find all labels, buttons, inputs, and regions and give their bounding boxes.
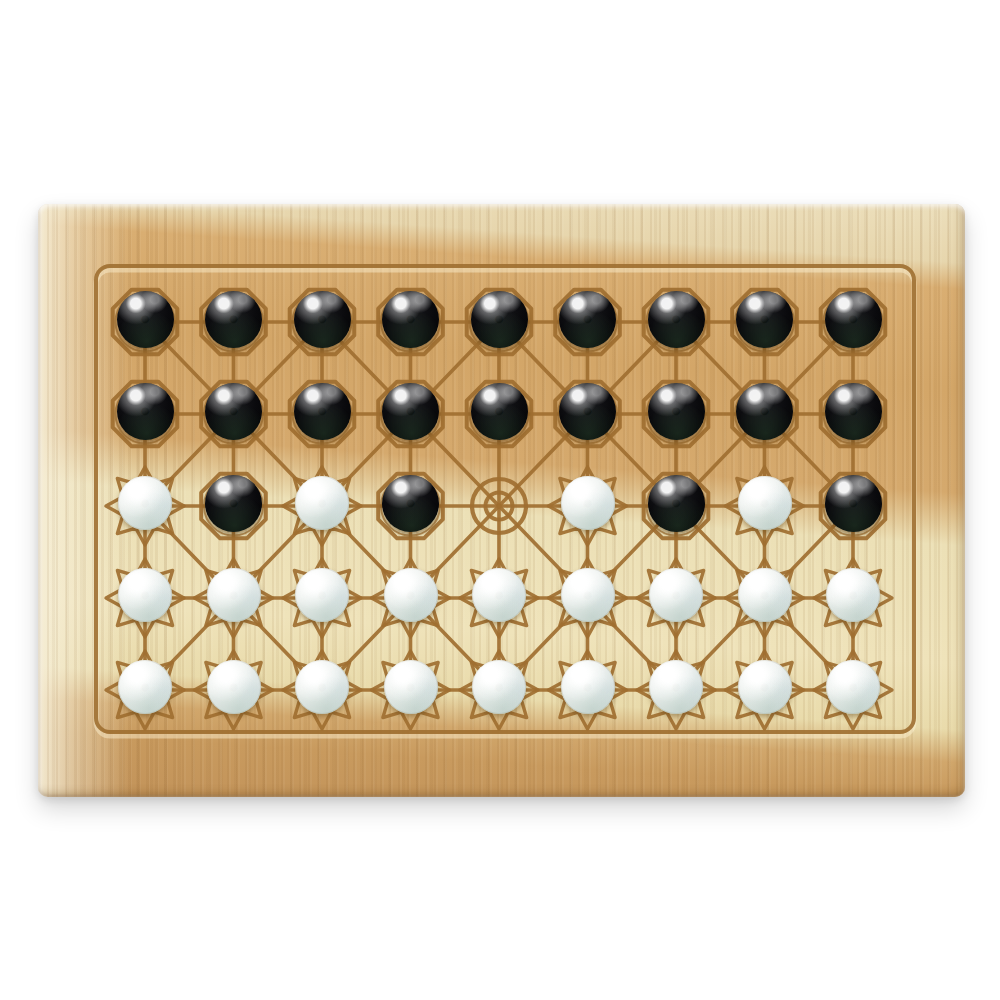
stone-black[interactable]: ● [648,383,705,440]
stone-black[interactable]: ● [117,291,174,348]
stone-glyph: ● [849,590,858,600]
stone-glyph: ● [672,682,681,692]
stone-white[interactable]: ● [826,660,880,714]
stone-glyph: ● [583,590,592,600]
stone-black[interactable]: ● [205,383,262,440]
stone-white[interactable]: ● [384,568,438,622]
stone-white[interactable]: ● [118,660,172,714]
stone-glyph: ● [760,590,769,600]
stone-glyph: ● [141,314,150,324]
stone-glyph: ● [229,682,238,692]
stone-glyph: ● [672,314,681,324]
stone-glyph: ● [141,590,150,600]
fanorona-product-photo: ●●●●●●●●●●●●●●●●●●●●●●●●●●●●●●●●●●●●●●●●… [0,0,1000,1000]
stone-glyph: ● [849,406,858,416]
stone-black[interactable]: ● [736,383,793,440]
stone-white[interactable]: ● [738,476,792,530]
stone-black[interactable]: ● [382,291,439,348]
stone-white[interactable]: ● [738,568,792,622]
stone-white[interactable]: ● [738,660,792,714]
stone-black[interactable]: ● [205,475,262,532]
stone-glyph: ● [318,314,327,324]
stone-glyph: ● [229,314,238,324]
stone-glyph: ● [141,682,150,692]
stone-glyph: ● [760,682,769,692]
stone-white[interactable]: ● [649,660,703,714]
stone-glyph: ● [495,406,504,416]
stone-white[interactable]: ● [561,660,615,714]
stone-glyph: ● [141,406,150,416]
stone-black[interactable]: ● [294,291,351,348]
stone-black[interactable]: ● [294,383,351,440]
stone-black[interactable]: ● [559,291,616,348]
stone-white[interactable]: ● [207,568,261,622]
stone-black[interactable]: ● [825,291,882,348]
stone-glyph: ● [849,498,858,508]
stone-glyph: ● [229,406,238,416]
stone-glyph: ● [495,314,504,324]
stone-white[interactable]: ● [118,568,172,622]
stone-glyph: ● [760,498,769,508]
stone-black[interactable]: ● [117,383,174,440]
stone-white[interactable]: ● [295,476,349,530]
stone-white[interactable]: ● [207,660,261,714]
stone-glyph: ● [318,498,327,508]
stone-black[interactable]: ● [736,291,793,348]
stone-black[interactable]: ● [559,383,616,440]
stone-white[interactable]: ● [472,568,526,622]
stone-black[interactable]: ● [825,383,882,440]
stone-white[interactable]: ● [826,568,880,622]
stone-black[interactable]: ● [648,291,705,348]
stone-black[interactable]: ● [471,383,528,440]
stone-white[interactable]: ● [295,660,349,714]
stone-glyph: ● [583,498,592,508]
stone-glyph: ● [406,498,415,508]
stone-glyph: ● [318,406,327,416]
stone-white[interactable]: ● [561,568,615,622]
stone-white[interactable]: ● [295,568,349,622]
stone-white[interactable]: ● [118,476,172,530]
stone-glyph: ● [583,406,592,416]
stone-glyph: ● [495,590,504,600]
stone-black[interactable]: ● [471,291,528,348]
stones-layer: ●●●●●●●●●●●●●●●●●●●●●●●●●●●●●●●●●●●●●●●●… [38,204,965,797]
stone-glyph: ● [672,406,681,416]
stone-glyph: ● [406,682,415,692]
stone-glyph: ● [583,314,592,324]
stone-black[interactable]: ● [382,383,439,440]
stone-glyph: ● [229,590,238,600]
stone-glyph: ● [141,498,150,508]
stone-glyph: ● [849,682,858,692]
stone-black[interactable]: ● [382,475,439,532]
stone-glyph: ● [760,314,769,324]
stone-glyph: ● [406,314,415,324]
stone-glyph: ● [849,314,858,324]
stone-white[interactable]: ● [384,660,438,714]
stone-glyph: ● [318,682,327,692]
stone-black[interactable]: ● [648,475,705,532]
stone-glyph: ● [583,682,592,692]
stone-glyph: ● [406,590,415,600]
stone-glyph: ● [760,406,769,416]
stone-white[interactable]: ● [472,660,526,714]
stone-glyph: ● [229,498,238,508]
stone-glyph: ● [495,682,504,692]
stone-glyph: ● [406,406,415,416]
stone-white[interactable]: ● [561,476,615,530]
stone-glyph: ● [672,590,681,600]
stone-glyph: ● [672,498,681,508]
fanorona-board: ●●●●●●●●●●●●●●●●●●●●●●●●●●●●●●●●●●●●●●●●… [38,204,965,797]
stone-black[interactable]: ● [205,291,262,348]
stone-white[interactable]: ● [649,568,703,622]
stone-black[interactable]: ● [825,475,882,532]
stone-glyph: ● [318,590,327,600]
